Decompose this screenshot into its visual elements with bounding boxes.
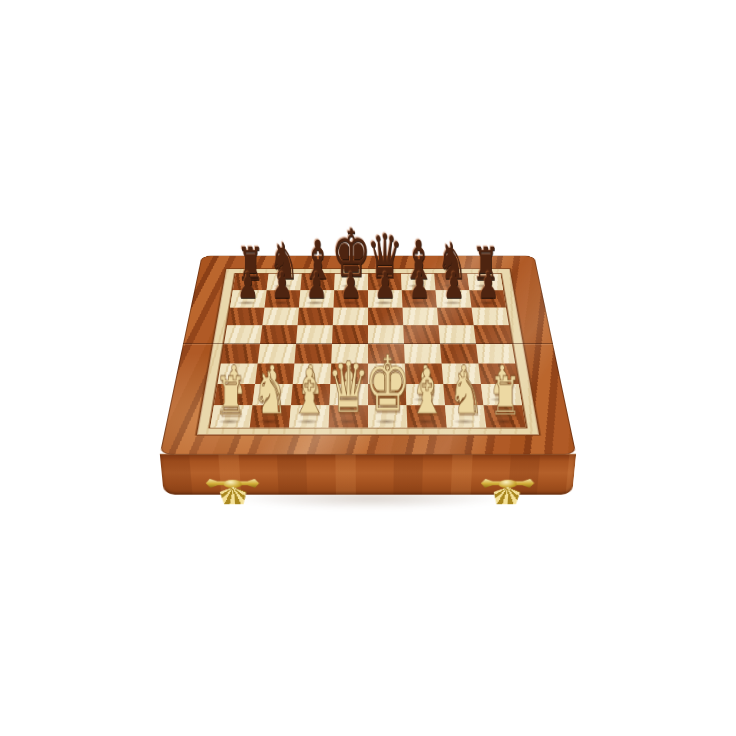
square-g7: ♟ xyxy=(436,290,472,307)
square-b8: ♞ xyxy=(267,274,302,290)
square-c2: ♟ xyxy=(291,384,330,405)
piece-shadow xyxy=(450,418,480,425)
square-h7: ♟ xyxy=(469,290,506,307)
square-d8: ♚ xyxy=(334,274,368,290)
piece-shadow xyxy=(333,396,362,403)
square-g1: ♞ xyxy=(445,405,486,427)
piece-shadow xyxy=(236,283,262,288)
square-d4 xyxy=(331,344,368,364)
square-g3 xyxy=(442,364,481,384)
square-b6 xyxy=(262,307,299,325)
square-e1: ♚ xyxy=(368,405,407,427)
square-f8: ♝ xyxy=(401,274,435,290)
piece-black-knight-g8: ♞ xyxy=(437,236,467,286)
square-b3 xyxy=(255,364,294,384)
square-c1: ♝ xyxy=(289,405,329,427)
square-c6 xyxy=(298,307,334,325)
square-b5 xyxy=(260,325,298,344)
square-c3 xyxy=(293,364,331,384)
square-f7: ♟ xyxy=(402,290,437,307)
piece-black-rook-a8: ♜ xyxy=(237,241,264,287)
piece-shadow xyxy=(337,283,362,288)
piece-shadow xyxy=(410,396,439,403)
square-g6 xyxy=(437,307,474,325)
piece-shadow xyxy=(372,418,402,425)
piece-shadow xyxy=(371,283,396,288)
folding-chess-set: ♜♞♝♚♛♝♞♜♟♟♟♟♟♟♟♟♟♟♟♟♟♟♟♟♜♞♝♛♚♝♞♜ xyxy=(160,256,577,455)
product-photo-scene: ♜♞♝♚♛♝♞♜♟♟♟♟♟♟♟♟♟♟♟♟♟♟♟♟♜♞♝♛♚♝♞♜ xyxy=(0,0,736,736)
piece-white-queen-d1: ♛ xyxy=(327,352,369,422)
square-d3 xyxy=(330,364,368,384)
piece-black-knight-b8: ♞ xyxy=(269,236,299,286)
square-e4 xyxy=(368,344,405,364)
square-a3 xyxy=(217,364,257,384)
square-f1: ♝ xyxy=(407,405,447,427)
latch-fan-pendant-icon xyxy=(218,487,248,504)
square-e8: ♛ xyxy=(368,274,402,290)
square-g8: ♞ xyxy=(434,274,469,290)
piece-shadow xyxy=(302,300,328,305)
latch-knob-icon xyxy=(223,480,241,488)
piece-shadow xyxy=(405,300,431,305)
square-b4 xyxy=(258,344,296,364)
square-d6 xyxy=(333,307,368,325)
piece-shadow xyxy=(411,418,441,425)
piece-shadow xyxy=(218,396,248,403)
brass-latch-right xyxy=(480,479,535,509)
square-c8: ♝ xyxy=(300,274,334,290)
square-a4 xyxy=(221,344,260,364)
piece-shadow xyxy=(405,283,431,288)
latch-fan-pendant-icon xyxy=(492,487,522,504)
square-e2: ♟ xyxy=(368,384,407,405)
piece-shadow xyxy=(293,418,323,425)
square-e6 xyxy=(368,307,403,325)
board-top-surface: ♜♞♝♚♛♝♞♜♟♟♟♟♟♟♟♟♟♟♟♟♟♟♟♟♜♞♝♛♚♝♞♜ xyxy=(160,256,577,455)
piece-black-bishop-f8: ♝ xyxy=(402,233,434,287)
square-h3 xyxy=(478,364,518,384)
square-a8: ♜ xyxy=(233,274,269,290)
square-e3 xyxy=(368,364,406,384)
square-a5 xyxy=(224,325,262,344)
square-f2: ♟ xyxy=(406,384,445,405)
piece-shadow xyxy=(438,283,464,288)
square-f5 xyxy=(403,325,440,344)
square-c7: ♟ xyxy=(299,290,334,307)
piece-shadow xyxy=(486,396,516,403)
square-g5 xyxy=(438,325,476,344)
square-c5 xyxy=(296,325,333,344)
piece-shadow xyxy=(472,283,498,288)
square-h1: ♜ xyxy=(484,405,526,427)
piece-shadow xyxy=(474,300,500,305)
piece-shadow xyxy=(337,300,363,305)
square-f3 xyxy=(405,364,443,384)
latch-knob-icon xyxy=(498,480,516,488)
square-h2: ♟ xyxy=(481,384,522,405)
square-c4 xyxy=(294,344,332,364)
chess-board: ♜♞♝♚♛♝♞♜♟♟♟♟♟♟♟♟♟♟♟♟♟♟♟♟♜♞♝♛♚♝♞♜ xyxy=(210,274,526,428)
piece-shadow xyxy=(214,418,244,425)
piece-shadow xyxy=(440,300,466,305)
square-d2: ♟ xyxy=(329,384,368,405)
playing-surface-border: ♜♞♝♚♛♝♞♜♟♟♟♟♟♟♟♟♟♟♟♟♟♟♟♟♜♞♝♛♚♝♞♜ xyxy=(198,269,538,434)
piece-shadow xyxy=(304,283,330,288)
piece-black-bishop-c8: ♝ xyxy=(301,233,333,287)
brass-latch-left xyxy=(206,479,261,509)
square-g4 xyxy=(440,344,478,364)
square-d1: ♛ xyxy=(329,405,368,427)
square-h8: ♜ xyxy=(467,274,503,290)
piece-shadow xyxy=(295,396,324,403)
square-a2: ♟ xyxy=(214,384,255,405)
piece-shadow xyxy=(489,418,519,425)
square-b1: ♞ xyxy=(250,405,291,427)
piece-shadow xyxy=(270,283,296,288)
square-f4 xyxy=(404,344,442,364)
box-front-face xyxy=(160,454,576,495)
square-a7: ♟ xyxy=(230,290,267,307)
square-d5 xyxy=(332,325,368,344)
piece-shadow xyxy=(372,396,401,403)
piece-shadow xyxy=(268,300,294,305)
square-e7: ♟ xyxy=(368,290,402,307)
square-a1: ♜ xyxy=(210,405,252,427)
piece-shadow xyxy=(254,418,284,425)
piece-shadow xyxy=(371,300,397,305)
square-h6 xyxy=(471,307,508,325)
square-f6 xyxy=(402,307,438,325)
square-e5 xyxy=(368,325,404,344)
square-b7: ♟ xyxy=(265,290,301,307)
square-g2: ♟ xyxy=(443,384,483,405)
piece-shadow xyxy=(256,396,285,403)
square-h4 xyxy=(476,344,515,364)
piece-shadow xyxy=(448,396,477,403)
piece-shadow xyxy=(332,418,362,425)
square-b2: ♟ xyxy=(252,384,292,405)
piece-black-king-d8: ♚ xyxy=(331,220,371,286)
piece-black-rook-h8: ♜ xyxy=(472,241,499,287)
square-d7: ♟ xyxy=(334,290,368,307)
square-h5 xyxy=(474,325,512,344)
piece-black-queen-e8: ♛ xyxy=(367,226,403,286)
square-a6 xyxy=(227,307,264,325)
piece-shadow xyxy=(234,300,260,305)
